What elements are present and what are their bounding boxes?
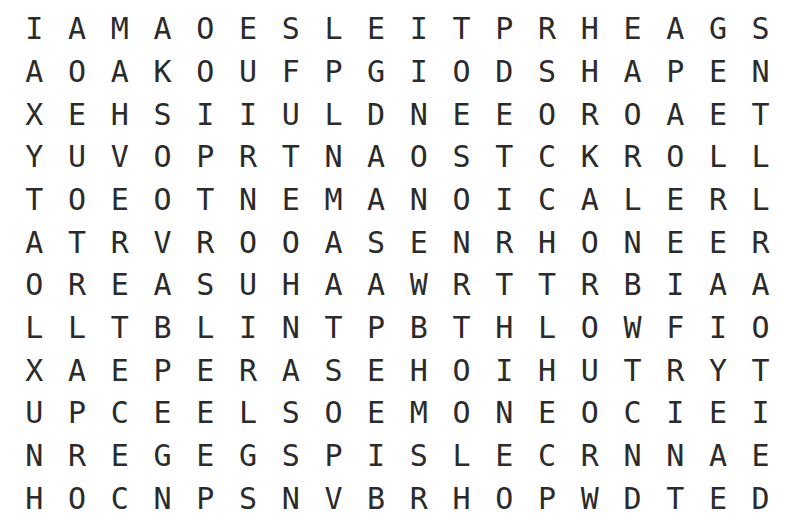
grid-cell[interactable]: A [312,221,355,264]
grid-cell[interactable]: N [227,179,270,222]
grid-cell[interactable]: I [397,51,440,94]
grid-cell[interactable]: O [526,93,569,136]
grid-cell[interactable]: A [697,264,740,307]
grid-cell[interactable]: B [355,477,398,520]
grid-cell[interactable]: I [184,93,227,136]
grid-cell[interactable]: O [568,392,611,435]
grid-cell[interactable]: F [269,51,312,94]
grid-cell[interactable]: O [440,392,483,435]
grid-cell[interactable]: O [141,179,184,222]
grid-cell[interactable]: K [568,136,611,179]
grid-cell[interactable]: D [355,93,398,136]
grid-cell[interactable]: V [98,136,141,179]
grid-cell[interactable]: O [440,51,483,94]
grid-cell[interactable]: E [739,435,782,478]
grid-cell[interactable]: P [184,477,227,520]
grid-cell[interactable]: D [483,51,526,94]
grid-cell[interactable]: W [568,477,611,520]
grid-cell[interactable]: M [397,392,440,435]
grid-cell[interactable]: Y [13,136,56,179]
grid-cell[interactable]: P [654,51,697,94]
grid-cell[interactable]: R [98,221,141,264]
grid-cell[interactable]: O [56,179,99,222]
grid-cell[interactable]: N [141,477,184,520]
grid-cell[interactable]: W [397,264,440,307]
word-search-grid: IAMAOESLEITPRHEAGSAOAKOUFPGIODSHAPENXEHS… [13,8,782,520]
grid-cell[interactable]: O [440,349,483,392]
grid-cell[interactable]: T [269,136,312,179]
grid-cell[interactable]: N [397,179,440,222]
grid-cell[interactable]: T [483,264,526,307]
grid-cell[interactable]: S [227,477,270,520]
grid-cell[interactable]: M [312,179,355,222]
grid-cell[interactable]: P [355,307,398,350]
grid-cell[interactable]: L [440,435,483,478]
grid-cell[interactable]: P [312,435,355,478]
grid-cell[interactable]: O [568,307,611,350]
grid-cell[interactable]: T [440,8,483,51]
grid-cell[interactable]: E [697,93,740,136]
grid-cell[interactable]: L [56,307,99,350]
grid-cell[interactable]: E [654,221,697,264]
grid-cell[interactable]: R [568,435,611,478]
grid-cell[interactable]: R [611,136,654,179]
grid-cell[interactable]: R [227,349,270,392]
grid-cell[interactable]: P [483,8,526,51]
grid-cell[interactable]: V [312,477,355,520]
grid-cell[interactable]: C [526,435,569,478]
grid-cell[interactable]: H [98,93,141,136]
grid-cell[interactable]: R [483,221,526,264]
grid-cell[interactable]: A [98,51,141,94]
grid-cell[interactable]: A [654,93,697,136]
grid-cell[interactable]: O [56,51,99,94]
grid-cell[interactable]: L [697,136,740,179]
grid-cell[interactable]: U [269,93,312,136]
grid-cell[interactable]: O [611,93,654,136]
grid-cell[interactable]: L [739,136,782,179]
grid-cell[interactable]: T [526,264,569,307]
grid-cell[interactable]: S [184,264,227,307]
grid-cell[interactable]: X [13,349,56,392]
grid-cell[interactable]: F [654,307,697,350]
grid-cell[interactable]: E [654,179,697,222]
grid-cell[interactable]: L [312,93,355,136]
grid-cell[interactable]: B [397,307,440,350]
grid-cell[interactable]: S [269,392,312,435]
grid-cell[interactable]: X [13,93,56,136]
grid-cell[interactable]: T [312,307,355,350]
grid-cell[interactable]: A [355,136,398,179]
grid-cell[interactable]: I [227,93,270,136]
grid-cell[interactable]: L [739,179,782,222]
grid-cell[interactable]: E [184,392,227,435]
grid-cell[interactable]: A [355,179,398,222]
grid-cell[interactable]: L [312,8,355,51]
grid-cell[interactable]: H [526,221,569,264]
grid-cell[interactable]: O [184,51,227,94]
grid-cell[interactable]: T [611,349,654,392]
grid-cell[interactable]: P [141,349,184,392]
grid-cell[interactable]: C [611,392,654,435]
grid-cell[interactable]: O [739,307,782,350]
grid-cell[interactable]: R [568,93,611,136]
grid-cell[interactable]: R [739,221,782,264]
grid-cell[interactable]: R [184,221,227,264]
grid-cell[interactable]: I [483,349,526,392]
grid-cell[interactable]: E [697,51,740,94]
grid-cell[interactable]: E [98,435,141,478]
grid-cell[interactable]: E [697,221,740,264]
grid-cell[interactable]: H [526,349,569,392]
grid-cell[interactable]: L [184,307,227,350]
grid-cell[interactable]: E [98,179,141,222]
grid-cell[interactable]: E [56,93,99,136]
grid-cell[interactable]: O [397,136,440,179]
grid-cell[interactable]: E [269,179,312,222]
grid-cell[interactable]: G [697,8,740,51]
grid-cell[interactable]: D [611,477,654,520]
grid-cell[interactable]: A [568,179,611,222]
grid-cell[interactable]: R [654,349,697,392]
grid-cell[interactable]: B [141,307,184,350]
grid-cell[interactable]: U [13,392,56,435]
grid-cell[interactable]: T [184,179,227,222]
grid-cell[interactable]: S [269,8,312,51]
grid-cell[interactable]: I [654,392,697,435]
grid-cell[interactable]: H [269,264,312,307]
grid-cell[interactable]: E [355,392,398,435]
grid-cell[interactable]: D [739,477,782,520]
grid-cell[interactable]: R [227,136,270,179]
grid-cell[interactable]: U [568,349,611,392]
grid-cell[interactable]: O [269,221,312,264]
grid-cell[interactable]: R [568,264,611,307]
grid-cell[interactable]: I [739,392,782,435]
grid-cell[interactable]: T [98,307,141,350]
grid-cell[interactable]: N [611,221,654,264]
grid-cell[interactable]: T [739,93,782,136]
grid-cell[interactable]: R [440,264,483,307]
grid-cell[interactable]: I [397,8,440,51]
grid-cell[interactable]: A [141,264,184,307]
grid-cell[interactable]: K [141,51,184,94]
grid-cell[interactable]: C [98,477,141,520]
grid-cell[interactable]: A [56,349,99,392]
grid-cell[interactable]: H [13,477,56,520]
grid-cell[interactable]: Y [697,349,740,392]
grid-cell[interactable]: E [697,392,740,435]
grid-cell[interactable]: C [98,392,141,435]
grid-cell[interactable]: G [141,435,184,478]
grid-cell[interactable]: M [98,8,141,51]
grid-cell[interactable]: N [654,435,697,478]
grid-cell[interactable]: N [440,221,483,264]
grid-cell[interactable]: E [483,93,526,136]
grid-cell[interactable]: G [227,435,270,478]
grid-cell[interactable]: T [654,477,697,520]
grid-cell[interactable]: A [611,51,654,94]
grid-cell[interactable]: S [397,435,440,478]
grid-cell[interactable]: N [739,51,782,94]
grid-cell[interactable]: H [397,349,440,392]
grid-cell[interactable]: A [355,264,398,307]
grid-cell[interactable]: H [483,307,526,350]
grid-cell[interactable]: A [141,8,184,51]
grid-cell[interactable]: O [184,8,227,51]
grid-cell[interactable]: E [526,392,569,435]
grid-cell[interactable]: O [141,136,184,179]
grid-cell[interactable]: S [269,435,312,478]
grid-cell[interactable]: E [98,264,141,307]
grid-cell[interactable]: C [526,136,569,179]
grid-cell[interactable]: U [56,136,99,179]
grid-cell[interactable]: I [654,264,697,307]
grid-cell[interactable]: S [739,8,782,51]
grid-cell[interactable]: N [483,392,526,435]
grid-cell[interactable]: L [611,179,654,222]
grid-cell[interactable]: T [13,179,56,222]
grid-cell[interactable]: O [56,477,99,520]
grid-cell[interactable]: E [227,8,270,51]
grid-cell[interactable]: O [440,179,483,222]
grid-cell[interactable]: A [56,8,99,51]
grid-cell[interactable]: A [13,51,56,94]
grid-cell[interactable]: L [13,307,56,350]
grid-cell[interactable]: O [227,221,270,264]
grid-cell[interactable]: O [312,392,355,435]
grid-cell[interactable]: S [141,93,184,136]
grid-cell[interactable]: E [184,435,227,478]
grid-cell[interactable]: H [568,8,611,51]
grid-cell[interactable]: P [312,51,355,94]
grid-cell[interactable]: I [355,435,398,478]
grid-cell[interactable]: T [739,349,782,392]
grid-cell[interactable]: G [355,51,398,94]
grid-cell[interactable]: R [397,477,440,520]
grid-cell[interactable]: N [269,477,312,520]
grid-cell[interactable]: O [568,221,611,264]
grid-cell[interactable]: S [355,221,398,264]
grid-cell[interactable]: A [269,349,312,392]
grid-cell[interactable]: R [697,179,740,222]
grid-cell[interactable]: A [312,264,355,307]
grid-cell[interactable]: T [56,221,99,264]
grid-cell[interactable]: A [654,8,697,51]
grid-cell[interactable]: O [13,264,56,307]
grid-cell[interactable]: P [184,136,227,179]
grid-cell[interactable]: R [56,264,99,307]
grid-cell[interactable]: A [697,435,740,478]
grid-cell[interactable]: E [98,349,141,392]
grid-cell[interactable]: N [13,435,56,478]
grid-cell[interactable]: H [440,477,483,520]
grid-cell[interactable]: T [440,307,483,350]
grid-cell[interactable]: I [227,307,270,350]
grid-cell[interactable]: C [526,179,569,222]
grid-cell[interactable]: V [141,221,184,264]
grid-cell[interactable]: E [483,435,526,478]
grid-cell[interactable]: S [526,51,569,94]
grid-cell[interactable]: U [227,264,270,307]
grid-cell[interactable]: S [312,349,355,392]
grid-cell[interactable]: E [184,349,227,392]
grid-cell[interactable]: L [526,307,569,350]
grid-cell[interactable]: H [568,51,611,94]
grid-cell[interactable]: L [227,392,270,435]
grid-cell[interactable]: S [440,136,483,179]
grid-cell[interactable]: R [56,435,99,478]
grid-cell[interactable]: N [269,307,312,350]
grid-cell[interactable]: O [654,136,697,179]
grid-cell[interactable]: O [483,477,526,520]
grid-cell[interactable]: A [13,221,56,264]
grid-cell[interactable]: N [312,136,355,179]
grid-cell[interactable]: E [397,221,440,264]
grid-cell[interactable]: I [697,307,740,350]
grid-cell[interactable]: A [739,264,782,307]
grid-cell[interactable]: E [697,477,740,520]
grid-cell[interactable]: B [611,264,654,307]
grid-cell[interactable]: T [483,136,526,179]
grid-cell[interactable]: I [13,8,56,51]
grid-cell[interactable]: E [141,392,184,435]
grid-cell[interactable]: E [611,8,654,51]
grid-cell[interactable]: E [355,349,398,392]
grid-cell[interactable]: N [611,435,654,478]
grid-cell[interactable]: P [56,392,99,435]
grid-cell[interactable]: I [483,179,526,222]
grid-cell[interactable]: E [355,8,398,51]
grid-cell[interactable]: R [526,8,569,51]
grid-cell[interactable]: E [440,93,483,136]
grid-cell[interactable]: P [526,477,569,520]
grid-cell[interactable]: U [227,51,270,94]
grid-cell[interactable]: W [611,307,654,350]
grid-cell[interactable]: N [397,93,440,136]
